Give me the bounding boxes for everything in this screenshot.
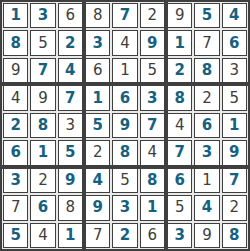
cell-r4c4[interactable]: 1: [85, 85, 110, 110]
cell-r8c6[interactable]: 1: [140, 195, 165, 220]
cell-r6c6[interactable]: 4: [140, 140, 165, 165]
cell-r1c2[interactable]: 3: [30, 3, 55, 28]
cell-r8c3[interactable]: 8: [58, 195, 83, 220]
cell-r1c4[interactable]: 8: [85, 3, 110, 28]
cell-r6c2[interactable]: 1: [30, 140, 55, 165]
cell-r7c3[interactable]: 9: [58, 168, 83, 193]
cell-r1c1[interactable]: 1: [3, 3, 28, 28]
cell-r7c7[interactable]: 6: [167, 168, 192, 193]
cell-r6c4[interactable]: 2: [85, 140, 110, 165]
cell-r8c8[interactable]: 4: [194, 195, 219, 220]
cell-r6c7[interactable]: 7: [167, 140, 192, 165]
cell-r5c7[interactable]: 4: [167, 113, 192, 138]
cell-r5c4[interactable]: 5: [85, 113, 110, 138]
cell-r4c7[interactable]: 8: [167, 85, 192, 110]
box-divider-vertical-1: [82, 2, 86, 249]
cell-r8c2[interactable]: 6: [30, 195, 55, 220]
cell-r1c7[interactable]: 9: [167, 3, 192, 28]
cell-r7c6[interactable]: 8: [140, 168, 165, 193]
cell-r1c6[interactable]: 2: [140, 3, 165, 28]
cell-r1c9[interactable]: 4: [222, 3, 247, 28]
cell-r9c9[interactable]: 8: [222, 223, 247, 248]
cell-r2c9[interactable]: 6: [222, 30, 247, 55]
cell-r2c7[interactable]: 1: [167, 30, 192, 55]
cell-r9c1[interactable]: 5: [3, 223, 28, 248]
cell-r4c1[interactable]: 4: [3, 85, 28, 110]
box-divider-horizontal-1: [2, 82, 248, 86]
cell-r9c5[interactable]: 2: [112, 223, 137, 248]
cell-r2c1[interactable]: 8: [3, 30, 28, 55]
cell-r6c9[interactable]: 9: [222, 140, 247, 165]
box-divider-horizontal-2: [2, 165, 248, 169]
cell-r9c4[interactable]: 7: [85, 223, 110, 248]
cell-r5c3[interactable]: 3: [58, 113, 83, 138]
cell-r8c5[interactable]: 3: [112, 195, 137, 220]
cell-r4c6[interactable]: 3: [140, 85, 165, 110]
cell-r5c2[interactable]: 8: [30, 113, 55, 138]
cell-r7c5[interactable]: 5: [112, 168, 137, 193]
cell-r1c8[interactable]: 5: [194, 3, 219, 28]
cell-r5c8[interactable]: 6: [194, 113, 219, 138]
cell-r3c7[interactable]: 2: [167, 58, 192, 83]
cell-r4c3[interactable]: 7: [58, 85, 83, 110]
cell-r3c8[interactable]: 8: [194, 58, 219, 83]
cell-r3c9[interactable]: 3: [222, 58, 247, 83]
cell-r8c4[interactable]: 9: [85, 195, 110, 220]
cell-r3c5[interactable]: 1: [112, 58, 137, 83]
cell-r2c4[interactable]: 3: [85, 30, 110, 55]
cell-r4c2[interactable]: 9: [30, 85, 55, 110]
cell-r4c5[interactable]: 6: [112, 85, 137, 110]
cell-r5c1[interactable]: 2: [3, 113, 28, 138]
cell-r9c7[interactable]: 3: [167, 223, 192, 248]
cell-r8c1[interactable]: 7: [3, 195, 28, 220]
cell-r4c9[interactable]: 5: [222, 85, 247, 110]
cell-r5c5[interactable]: 9: [112, 113, 137, 138]
cell-r9c2[interactable]: 4: [30, 223, 55, 248]
cell-r3c4[interactable]: 6: [85, 58, 110, 83]
cell-r3c3[interactable]: 4: [58, 58, 83, 83]
cell-r1c3[interactable]: 6: [58, 3, 83, 28]
cell-r4c8[interactable]: 2: [194, 85, 219, 110]
cell-r7c4[interactable]: 4: [85, 168, 110, 193]
cell-r9c8[interactable]: 9: [194, 223, 219, 248]
cell-r2c3[interactable]: 2: [58, 30, 83, 55]
cell-r9c3[interactable]: 1: [58, 223, 83, 248]
cell-r3c2[interactable]: 7: [30, 58, 55, 83]
cell-r5c6[interactable]: 7: [140, 113, 165, 138]
cell-r6c1[interactable]: 6: [3, 140, 28, 165]
cell-r1c5[interactable]: 7: [112, 3, 137, 28]
cell-r2c5[interactable]: 4: [112, 30, 137, 55]
cell-r3c6[interactable]: 5: [140, 58, 165, 83]
cell-r2c6[interactable]: 9: [140, 30, 165, 55]
cell-r6c3[interactable]: 5: [58, 140, 83, 165]
cell-r2c2[interactable]: 5: [30, 30, 55, 55]
cell-r6c5[interactable]: 8: [112, 140, 137, 165]
cell-r9c6[interactable]: 6: [140, 223, 165, 248]
cell-r7c9[interactable]: 7: [222, 168, 247, 193]
cell-r5c9[interactable]: 1: [222, 113, 247, 138]
cell-r8c9[interactable]: 2: [222, 195, 247, 220]
cell-r3c1[interactable]: 9: [3, 58, 28, 83]
cell-r2c8[interactable]: 7: [194, 30, 219, 55]
cell-r7c2[interactable]: 2: [30, 168, 55, 193]
cell-r8c7[interactable]: 5: [167, 195, 192, 220]
sudoku-board: 1368729548523491769746152834971638252835…: [0, 0, 250, 251]
cell-r7c1[interactable]: 3: [3, 168, 28, 193]
cell-r6c8[interactable]: 3: [194, 140, 219, 165]
box-divider-vertical-2: [164, 2, 168, 249]
cell-r7c8[interactable]: 1: [194, 168, 219, 193]
